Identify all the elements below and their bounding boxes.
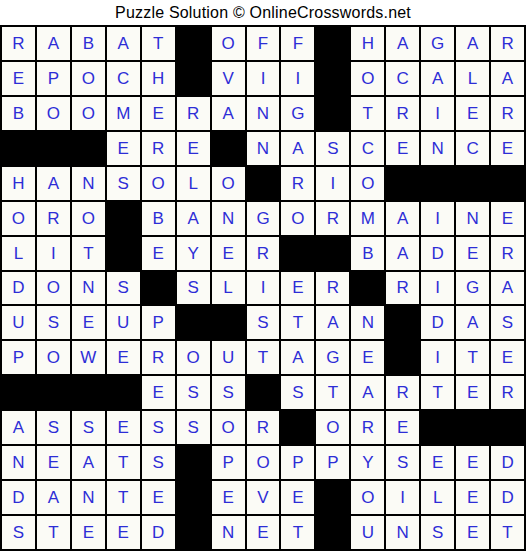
letter-cell-r10c9: A: [281, 341, 314, 374]
letter-cell-r12c3: S: [72, 411, 105, 444]
black-cell-r9c6: [177, 306, 210, 339]
black-cell-r12c9: [281, 411, 314, 444]
letter-cell-r3c2: O: [37, 97, 70, 130]
black-cell-r13c6: [177, 446, 210, 479]
letter-cell-r6c1: O: [2, 202, 35, 235]
black-cell-r7c10: [316, 237, 349, 270]
letter-cell-r7c5: E: [142, 237, 175, 270]
letter-cell-r8c2: O: [37, 272, 70, 305]
letter-cell-r15c13: S: [421, 516, 454, 549]
letter-cell-r11c6: S: [177, 376, 210, 409]
black-cell-r1c10: [316, 27, 349, 60]
letter-cell-r7c11: B: [351, 237, 384, 270]
letter-cell-r15c1: S: [2, 516, 35, 549]
puzzle-title: Puzzle Solution © OnlineCrosswords.net: [0, 0, 526, 25]
letter-cell-r12c6: S: [177, 411, 210, 444]
letter-cell-r5c1: H: [2, 167, 35, 200]
letter-cell-r15c15: T: [491, 516, 524, 549]
letter-cell-r2c8: I: [247, 62, 280, 95]
letter-cell-r9c9: T: [281, 306, 314, 339]
letter-cell-r11c7: S: [212, 376, 245, 409]
letter-cell-r3c12: R: [386, 97, 419, 130]
crossword-grid: RABATOFFHAGAREPOCHVIIOCALABOOMERANGTRIER…: [0, 25, 526, 551]
letter-cell-r7c1: L: [2, 237, 35, 270]
letter-cell-r13c12: S: [386, 446, 419, 479]
letter-cell-r10c7: U: [212, 341, 245, 374]
letter-cell-r7c14: E: [456, 237, 489, 270]
letter-cell-r3c3: O: [72, 97, 105, 130]
letter-cell-r7c15: R: [491, 237, 524, 270]
letter-cell-r13c4: T: [107, 446, 140, 479]
black-cell-r12c14: [456, 411, 489, 444]
letter-cell-r14c4: T: [107, 481, 140, 514]
letter-cell-r13c9: P: [281, 446, 314, 479]
letter-cell-r5c7: O: [212, 167, 245, 200]
black-cell-r14c6: [177, 481, 210, 514]
letter-cell-r6c9: O: [281, 202, 314, 235]
letter-cell-r5c6: L: [177, 167, 210, 200]
letter-cell-r2c4: C: [107, 62, 140, 95]
black-cell-r11c3: [72, 376, 105, 409]
letter-cell-r14c11: O: [351, 481, 384, 514]
letter-cell-r4c10: S: [316, 132, 349, 165]
letter-cell-r6c12: A: [386, 202, 419, 235]
letter-cell-r14c13: L: [421, 481, 454, 514]
letter-cell-r3c1: B: [2, 97, 35, 130]
letter-cell-r5c3: N: [72, 167, 105, 200]
letter-cell-r14c1: D: [2, 481, 35, 514]
black-cell-r11c4: [107, 376, 140, 409]
letter-cell-r8c12: R: [386, 272, 419, 305]
letter-cell-r8c13: I: [421, 272, 454, 305]
letter-cell-r8c1: D: [2, 272, 35, 305]
letter-cell-r6c6: A: [177, 202, 210, 235]
letter-cell-r5c11: O: [351, 167, 384, 200]
letter-cell-r7c3: T: [72, 237, 105, 270]
letter-cell-r13c8: O: [247, 446, 280, 479]
letter-cell-r10c1: P: [2, 341, 35, 374]
letter-cell-r4c6: E: [177, 132, 210, 165]
letter-cell-r13c10: P: [316, 446, 349, 479]
black-cell-r4c2: [37, 132, 70, 165]
letter-cell-r3c5: E: [142, 97, 175, 130]
letter-cell-r15c11: U: [351, 516, 384, 549]
black-cell-r5c14: [456, 167, 489, 200]
letter-cell-r1c15: R: [491, 27, 524, 60]
letter-cell-r11c5: E: [142, 376, 175, 409]
black-cell-r4c1: [2, 132, 35, 165]
letter-cell-r6c5: B: [142, 202, 175, 235]
letter-cell-r8c14: G: [456, 272, 489, 305]
black-cell-r15c10: [316, 516, 349, 549]
letter-cell-r3c6: R: [177, 97, 210, 130]
black-cell-r2c6: [177, 62, 210, 95]
letter-cell-r14c5: E: [142, 481, 175, 514]
letter-cell-r2c3: O: [72, 62, 105, 95]
letter-cell-r7c2: I: [37, 237, 70, 270]
letter-cell-r15c12: N: [386, 516, 419, 549]
letter-cell-r9c1: U: [2, 306, 35, 339]
letter-cell-r8c8: I: [247, 272, 280, 305]
letter-cell-r11c11: A: [351, 376, 384, 409]
black-cell-r12c15: [491, 411, 524, 444]
letter-cell-r13c14: E: [456, 446, 489, 479]
letter-cell-r15c3: E: [72, 516, 105, 549]
black-cell-r14c10: [316, 481, 349, 514]
letter-cell-r2c14: L: [456, 62, 489, 95]
letter-cell-r3c4: M: [107, 97, 140, 130]
letter-cell-r1c3: B: [72, 27, 105, 60]
letter-cell-r2c1: E: [2, 62, 35, 95]
letter-cell-r6c15: E: [491, 202, 524, 235]
black-cell-r7c4: [107, 237, 140, 270]
letter-cell-r13c15: D: [491, 446, 524, 479]
letter-cell-r14c15: D: [491, 481, 524, 514]
letter-cell-r1c1: R: [2, 27, 35, 60]
letter-cell-r4c12: E: [386, 132, 419, 165]
letter-cell-r6c13: I: [421, 202, 454, 235]
letter-cell-r11c9: S: [281, 376, 314, 409]
letter-cell-r15c2: T: [37, 516, 70, 549]
letter-cell-r4c11: C: [351, 132, 384, 165]
letter-cell-r9c10: A: [316, 306, 349, 339]
letter-cell-r5c5: O: [142, 167, 175, 200]
letter-cell-r4c9: A: [281, 132, 314, 165]
letter-cell-r4c4: E: [107, 132, 140, 165]
letter-cell-r10c14: T: [456, 341, 489, 374]
letter-cell-r2c7: V: [212, 62, 245, 95]
letter-cell-r13c3: A: [72, 446, 105, 479]
letter-cell-r14c9: E: [281, 481, 314, 514]
letter-cell-r7c12: A: [386, 237, 419, 270]
letter-cell-r11c15: R: [491, 376, 524, 409]
letter-cell-r4c8: N: [247, 132, 280, 165]
letter-cell-r13c2: E: [37, 446, 70, 479]
letter-cell-r4c5: R: [142, 132, 175, 165]
letter-cell-r1c9: F: [281, 27, 314, 60]
letter-cell-r12c2: S: [37, 411, 70, 444]
letter-cell-r9c13: D: [421, 306, 454, 339]
letter-cell-r2c9: I: [281, 62, 314, 95]
letter-cell-r1c4: A: [107, 27, 140, 60]
letter-cell-r1c11: H: [351, 27, 384, 60]
letter-cell-r4c15: E: [491, 132, 524, 165]
black-cell-r8c11: [351, 272, 384, 305]
letter-cell-r10c4: E: [107, 341, 140, 374]
letter-cell-r15c7: N: [212, 516, 245, 549]
letter-cell-r2c12: C: [386, 62, 419, 95]
letter-cell-r12c1: A: [2, 411, 35, 444]
letter-cell-r11c10: T: [316, 376, 349, 409]
letter-cell-r3c7: A: [212, 97, 245, 130]
letter-cell-r13c7: P: [212, 446, 245, 479]
letter-cell-r12c11: R: [351, 411, 384, 444]
letter-cell-r9c15: S: [491, 306, 524, 339]
letter-cell-r4c14: C: [456, 132, 489, 165]
letter-cell-r7c6: Y: [177, 237, 210, 270]
letter-cell-r12c5: S: [142, 411, 175, 444]
letter-cell-r8c7: L: [212, 272, 245, 305]
letter-cell-r1c7: O: [212, 27, 245, 60]
letter-cell-r5c2: A: [37, 167, 70, 200]
black-cell-r15c6: [177, 516, 210, 549]
letter-cell-r13c5: S: [142, 446, 175, 479]
letter-cell-r8c4: S: [107, 272, 140, 305]
letter-cell-r2c11: O: [351, 62, 384, 95]
letter-cell-r10c15: E: [491, 341, 524, 374]
letter-cell-r3c13: I: [421, 97, 454, 130]
letter-cell-r15c5: D: [142, 516, 175, 549]
letter-cell-r3c15: R: [491, 97, 524, 130]
letter-cell-r6c7: N: [212, 202, 245, 235]
black-cell-r4c3: [72, 132, 105, 165]
black-cell-r6c4: [107, 202, 140, 235]
letter-cell-r10c13: I: [421, 341, 454, 374]
letter-cell-r14c8: V: [247, 481, 280, 514]
black-cell-r11c8: [247, 376, 280, 409]
black-cell-r9c7: [212, 306, 245, 339]
letter-cell-r5c10: I: [316, 167, 349, 200]
letter-cell-r6c2: R: [37, 202, 70, 235]
letter-cell-r4c13: N: [421, 132, 454, 165]
letter-cell-r15c4: E: [107, 516, 140, 549]
letter-cell-r2c13: A: [421, 62, 454, 95]
letter-cell-r12c8: R: [247, 411, 280, 444]
letter-cell-r3c11: T: [351, 97, 384, 130]
letter-cell-r1c8: F: [247, 27, 280, 60]
letter-cell-r10c2: O: [37, 341, 70, 374]
letter-cell-r13c1: N: [2, 446, 35, 479]
letter-cell-r13c11: Y: [351, 446, 384, 479]
letter-cell-r10c6: O: [177, 341, 210, 374]
letter-cell-r6c8: G: [247, 202, 280, 235]
letter-cell-r9c3: E: [72, 306, 105, 339]
black-cell-r3c10: [316, 97, 349, 130]
letter-cell-r11c14: E: [456, 376, 489, 409]
black-cell-r10c12: [386, 341, 419, 374]
letter-cell-r9c11: N: [351, 306, 384, 339]
letter-cell-r14c3: N: [72, 481, 105, 514]
letter-cell-r14c7: E: [212, 481, 245, 514]
letter-cell-r5c4: S: [107, 167, 140, 200]
letter-cell-r8c15: A: [491, 272, 524, 305]
letter-cell-r7c7: E: [212, 237, 245, 270]
black-cell-r9c12: [386, 306, 419, 339]
letter-cell-r9c5: P: [142, 306, 175, 339]
letter-cell-r1c5: T: [142, 27, 175, 60]
letter-cell-r10c5: R: [142, 341, 175, 374]
letter-cell-r6c10: R: [316, 202, 349, 235]
letter-cell-r6c11: M: [351, 202, 384, 235]
letter-cell-r6c3: O: [72, 202, 105, 235]
letter-cell-r6c14: N: [456, 202, 489, 235]
black-cell-r5c13: [421, 167, 454, 200]
letter-cell-r1c12: A: [386, 27, 419, 60]
letter-cell-r2c2: P: [37, 62, 70, 95]
letter-cell-r14c12: I: [386, 481, 419, 514]
black-cell-r8c5: [142, 272, 175, 305]
letter-cell-r3c14: E: [456, 97, 489, 130]
black-cell-r4c7: [212, 132, 245, 165]
letter-cell-r9c4: U: [107, 306, 140, 339]
black-cell-r11c1: [2, 376, 35, 409]
letter-cell-r1c14: A: [456, 27, 489, 60]
letter-cell-r5c9: R: [281, 167, 314, 200]
black-cell-r5c12: [386, 167, 419, 200]
letter-cell-r14c2: A: [37, 481, 70, 514]
letter-cell-r12c10: O: [316, 411, 349, 444]
letter-cell-r8c10: R: [316, 272, 349, 305]
black-cell-r1c6: [177, 27, 210, 60]
letter-cell-r8c9: E: [281, 272, 314, 305]
letter-cell-r14c14: E: [456, 481, 489, 514]
letter-cell-r9c8: S: [247, 306, 280, 339]
black-cell-r2c10: [316, 62, 349, 95]
letter-cell-r15c8: E: [247, 516, 280, 549]
black-cell-r5c8: [247, 167, 280, 200]
letter-cell-r12c7: O: [212, 411, 245, 444]
letter-cell-r1c2: A: [37, 27, 70, 60]
letter-cell-r2c5: H: [142, 62, 175, 95]
black-cell-r7c9: [281, 237, 314, 270]
letter-cell-r9c2: S: [37, 306, 70, 339]
letter-cell-r10c11: E: [351, 341, 384, 374]
letter-cell-r8c3: N: [72, 272, 105, 305]
letter-cell-r9c14: A: [456, 306, 489, 339]
letter-cell-r3c8: N: [247, 97, 280, 130]
letter-cell-r7c8: R: [247, 237, 280, 270]
letter-cell-r10c3: W: [72, 341, 105, 374]
letter-cell-r10c8: T: [247, 341, 280, 374]
black-cell-r12c13: [421, 411, 454, 444]
letter-cell-r12c4: E: [107, 411, 140, 444]
black-cell-r5c15: [491, 167, 524, 200]
letter-cell-r3c9: G: [281, 97, 314, 130]
letter-cell-r12c12: E: [386, 411, 419, 444]
letter-cell-r15c14: E: [456, 516, 489, 549]
letter-cell-r13c13: E: [421, 446, 454, 479]
letter-cell-r11c12: R: [386, 376, 419, 409]
letter-cell-r11c13: T: [421, 376, 454, 409]
letter-cell-r1c13: G: [421, 27, 454, 60]
black-cell-r11c2: [37, 376, 70, 409]
letter-cell-r8c6: S: [177, 272, 210, 305]
letter-cell-r7c13: D: [421, 237, 454, 270]
letter-cell-r2c15: A: [491, 62, 524, 95]
letter-cell-r15c9: T: [281, 516, 314, 549]
letter-cell-r10c10: G: [316, 341, 349, 374]
